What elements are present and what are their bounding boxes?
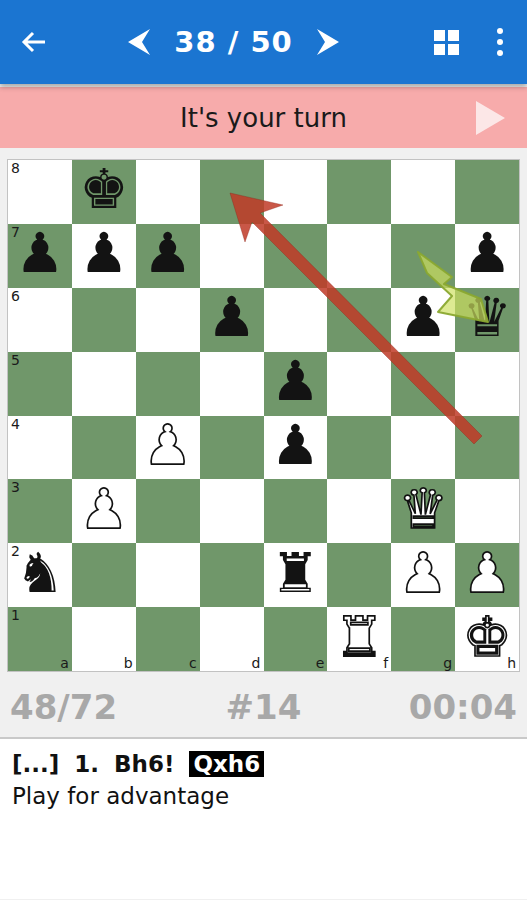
square-e2[interactable]: ♜ [264,543,328,607]
move-prefix: [...] [12,751,59,777]
square-c7[interactable]: ♟ [136,224,200,288]
play-icon[interactable] [476,101,505,135]
square-e1[interactable]: e [264,607,328,671]
square-g8[interactable] [391,160,455,224]
square-b5[interactable] [72,352,136,416]
rank-label-5: 5 [11,353,20,367]
file-label-e: e [316,656,325,670]
file-label-b: b [124,656,133,670]
file-label-g: g [443,656,452,670]
square-f3[interactable] [327,479,391,543]
rank-label-4: 4 [11,417,20,431]
square-g7[interactable] [391,224,455,288]
turn-banner-text: It's your turn [180,103,347,133]
square-h4[interactable] [455,416,519,480]
puzzle-list-button[interactable] [434,30,459,55]
rank-label-7: 7 [11,225,20,239]
square-f5[interactable] [327,352,391,416]
square-a3[interactable]: 3 [8,479,72,543]
next-puzzle-button[interactable] [315,27,341,57]
black-pawn[interactable]: ♟ [271,354,320,409]
square-d8[interactable] [200,160,264,224]
square-d6[interactable]: ♟ [200,288,264,352]
back-button[interactable] [14,22,54,62]
white-king[interactable]: ♚ [462,610,511,665]
arrow-left-icon [18,26,50,58]
square-d2[interactable] [200,543,264,607]
square-f8[interactable] [327,160,391,224]
square-b8[interactable]: ♚ [72,160,136,224]
move-number: 1. [74,751,99,777]
square-h1[interactable]: h♚ [455,607,519,671]
square-e6[interactable] [264,288,328,352]
puzzle-goal-text: Play for advantage [12,783,515,809]
chess-board[interactable]: 8♚7♟♟♟♟6♟♟♛5♟4♟♟3♟♛2♞♜♟♟1abcdef♜gh♚ [8,160,519,671]
square-h2[interactable]: ♟ [455,543,519,607]
progress-counter: 48/72 [10,687,179,727]
app-bar: 38 / 50 [0,0,527,84]
square-d3[interactable] [200,479,264,543]
square-e8[interactable] [264,160,328,224]
square-h6[interactable]: ♛ [455,288,519,352]
square-g2[interactable]: ♟ [391,543,455,607]
square-c6[interactable] [136,288,200,352]
black-king[interactable]: ♚ [79,162,128,217]
white-move[interactable]: Bh6! [114,751,174,777]
square-c2[interactable] [136,543,200,607]
file-label-a: a [60,656,69,670]
square-f4[interactable] [327,416,391,480]
square-a1[interactable]: 1a [8,607,72,671]
square-h8[interactable] [455,160,519,224]
square-a8[interactable]: 8 [8,160,72,224]
square-e4[interactable]: ♟ [264,416,328,480]
square-b6[interactable] [72,288,136,352]
black-queen[interactable]: ♛ [462,290,511,345]
overflow-menu-button[interactable] [493,24,507,60]
kebab-icon [497,28,503,34]
rank-label-3: 3 [11,480,20,494]
puzzle-number: #14 [179,687,348,727]
file-label-d: d [252,656,261,670]
square-c8[interactable] [136,160,200,224]
square-a6[interactable]: 6 [8,288,72,352]
square-f7[interactable] [327,224,391,288]
black-pawn[interactable]: ♟ [79,226,128,281]
file-label-h: h [507,656,516,670]
square-e3[interactable] [264,479,328,543]
chevron-left-icon [126,27,152,57]
prev-puzzle-button[interactable] [126,27,152,57]
rank-label-2: 2 [11,544,20,558]
square-g1[interactable]: g [391,607,455,671]
square-e7[interactable] [264,224,328,288]
move-list: [...] 1. Bh6! Qxh6 [12,751,515,777]
square-g3[interactable]: ♛ [391,479,455,543]
black-knight[interactable]: ♞ [15,546,64,601]
black-pawn[interactable]: ♟ [271,418,320,473]
square-g4[interactable] [391,416,455,480]
chevron-right-icon [315,27,341,57]
white-pawn[interactable]: ♟ [462,546,511,601]
square-c5[interactable] [136,352,200,416]
square-h3[interactable] [455,479,519,543]
square-f1[interactable]: f♜ [327,607,391,671]
rank-label-6: 6 [11,289,20,303]
black-pawn[interactable]: ♟ [15,226,64,281]
stats-bar: 48/72 #14 00:04 [0,677,527,739]
black-pawn[interactable]: ♟ [462,226,511,281]
turn-banner: It's your turn [0,87,527,148]
black-rook[interactable]: ♜ [271,546,320,601]
square-b2[interactable] [72,543,136,607]
white-rook[interactable]: ♜ [335,610,384,665]
square-d4[interactable] [200,416,264,480]
board-container: 8♚7♟♟♟♟6♟♟♛5♟4♟♟3♟♛2♞♜♟♟1abcdef♜gh♚ [8,160,519,671]
black-pawn[interactable]: ♟ [143,226,192,281]
square-b1[interactable]: b [72,607,136,671]
square-d1[interactable]: d [200,607,264,671]
square-h5[interactable] [455,352,519,416]
square-g6[interactable]: ♟ [391,288,455,352]
square-d5[interactable] [200,352,264,416]
file-label-c: c [189,656,197,670]
square-d7[interactable] [200,224,264,288]
square-a5[interactable]: 5 [8,352,72,416]
puzzle-counter: 38 / 50 [174,25,293,59]
black-pawn[interactable]: ♟ [399,290,448,345]
square-c3[interactable] [136,479,200,543]
timer: 00:04 [348,687,517,727]
rank-label-8: 8 [11,161,20,175]
square-a7[interactable]: 7♟ [8,224,72,288]
file-label-f: f [383,656,388,670]
black-move-current[interactable]: Qxh6 [189,751,264,777]
square-e5[interactable]: ♟ [264,352,328,416]
black-pawn[interactable]: ♟ [207,290,256,345]
white-pawn[interactable]: ♟ [79,482,128,537]
square-b3[interactable]: ♟ [72,479,136,543]
square-h7[interactable]: ♟ [455,224,519,288]
grid-icon [434,30,445,41]
square-f2[interactable] [327,543,391,607]
rank-label-1: 1 [11,608,20,622]
puzzle-navigator: 38 / 50 [130,25,337,59]
white-pawn[interactable]: ♟ [399,546,448,601]
square-a4[interactable]: 4 [8,416,72,480]
square-g5[interactable] [391,352,455,416]
square-a2[interactable]: 2♞ [8,543,72,607]
square-b7[interactable]: ♟ [72,224,136,288]
white-queen[interactable]: ♛ [399,482,448,537]
white-pawn[interactable]: ♟ [143,418,192,473]
square-c1[interactable]: c [136,607,200,671]
square-b4[interactable] [72,416,136,480]
square-f6[interactable] [327,288,391,352]
square-c4[interactable]: ♟ [136,416,200,480]
caption-panel: [...] 1. Bh6! Qxh6 Play for advantage [0,739,527,899]
